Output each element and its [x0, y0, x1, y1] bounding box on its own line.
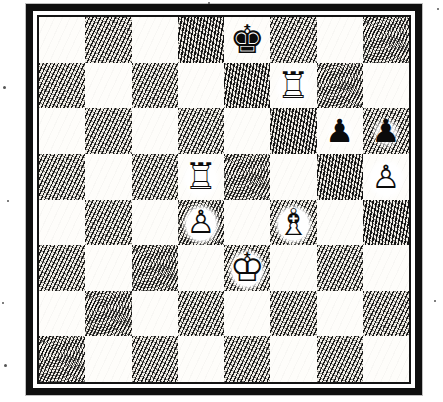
square-e8: ♚	[224, 17, 270, 63]
square-h7	[363, 63, 409, 109]
square-d4: ♙	[178, 200, 224, 246]
square-f7: ♖	[270, 63, 316, 109]
square-b1	[85, 336, 131, 382]
print-speck	[4, 364, 7, 367]
square-e6	[224, 108, 270, 154]
square-d2	[178, 291, 224, 337]
square-d8	[178, 17, 224, 63]
square-e2	[224, 291, 270, 337]
square-b4	[85, 200, 131, 246]
square-h6: ♟	[363, 108, 409, 154]
square-c6	[132, 108, 178, 154]
square-d5: ♖	[178, 154, 224, 200]
square-g3	[317, 245, 363, 291]
white-pawn-h5: ♙	[363, 154, 409, 200]
square-f6	[270, 108, 316, 154]
square-e5	[224, 154, 270, 200]
square-g5	[317, 154, 363, 200]
square-h2	[363, 291, 409, 337]
square-e1	[224, 336, 270, 382]
square-h4	[363, 200, 409, 246]
board-frame: ♚♖♟♟♖♙♙♗♔	[26, 4, 422, 395]
square-e7	[224, 63, 270, 109]
square-b3	[85, 245, 131, 291]
square-a3	[39, 245, 85, 291]
square-g7	[317, 63, 363, 109]
square-a4	[39, 200, 85, 246]
white-rook-f7: ♖	[270, 63, 316, 109]
square-h3	[363, 245, 409, 291]
square-a5	[39, 154, 85, 200]
white-rook-d5: ♖	[178, 154, 224, 200]
square-b6	[85, 108, 131, 154]
print-speck	[437, 8, 439, 10]
board-frame-inner-rule: ♚♖♟♟♖♙♙♗♔	[37, 15, 411, 384]
square-a6	[39, 108, 85, 154]
black-pawn-h6: ♟	[363, 108, 409, 154]
square-a8	[39, 17, 85, 63]
square-b7	[85, 63, 131, 109]
square-b5	[85, 154, 131, 200]
square-b8	[85, 17, 131, 63]
square-f4: ♗	[270, 200, 316, 246]
square-h8	[363, 17, 409, 63]
square-f8	[270, 17, 316, 63]
square-d1	[178, 336, 224, 382]
square-c1	[132, 336, 178, 382]
square-a1	[39, 336, 85, 382]
square-c8	[132, 17, 178, 63]
square-b2	[85, 291, 131, 337]
chess-board: ♚♖♟♟♖♙♙♗♔	[39, 17, 409, 382]
square-g1	[317, 336, 363, 382]
white-bishop-f4: ♗	[270, 200, 316, 246]
square-f5	[270, 154, 316, 200]
square-a2	[39, 291, 85, 337]
square-d6	[178, 108, 224, 154]
square-c4	[132, 200, 178, 246]
square-d3	[178, 245, 224, 291]
square-c7	[132, 63, 178, 109]
square-c2	[132, 291, 178, 337]
print-speck	[3, 86, 6, 89]
square-f2	[270, 291, 316, 337]
square-g2	[317, 291, 363, 337]
black-pawn-g6: ♟	[317, 108, 363, 154]
square-e3: ♔	[224, 245, 270, 291]
square-e4	[224, 200, 270, 246]
square-h5: ♙	[363, 154, 409, 200]
square-d7	[178, 63, 224, 109]
square-c5	[132, 154, 178, 200]
square-f3	[270, 245, 316, 291]
black-king-e8: ♚	[224, 17, 270, 63]
print-speck	[7, 200, 9, 202]
print-speck	[2, 302, 4, 304]
square-h1	[363, 336, 409, 382]
white-king-e3: ♔	[224, 245, 270, 291]
square-a7	[39, 63, 85, 109]
square-f1	[270, 336, 316, 382]
square-g4	[317, 200, 363, 246]
square-g6: ♟	[317, 108, 363, 154]
white-pawn-d4: ♙	[178, 200, 224, 246]
print-speck	[434, 300, 436, 302]
print-speck	[208, 2, 210, 4]
square-g8	[317, 17, 363, 63]
square-c3	[132, 245, 178, 291]
